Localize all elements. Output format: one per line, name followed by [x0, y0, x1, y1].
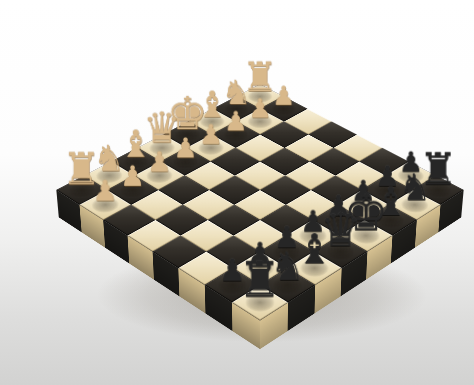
white-pawn-e2[interactable]: ♟ [199, 122, 223, 149]
white-pawn-b2[interactable]: ♟ [120, 163, 145, 191]
scene: ♜♟♟♜♞♟♟♞♝♟♟♝♚♟♟♚♛♟♟♛♝♟♟♝♞♟♟♞♜♟♟♜ [0, 0, 474, 385]
black-rook-a8[interactable]: ♜ [238, 256, 281, 304]
studio-backdrop: ♜♟♟♜♞♟♟♞♝♟♟♝♚♟♟♚♛♟♟♛♝♟♟♝♞♟♟♞♜♟♟♜ [0, 0, 474, 385]
white-pawn-f2[interactable]: ♟ [224, 109, 248, 136]
white-pawn-a2[interactable]: ♟ [92, 177, 117, 205]
board: ♜♟♟♜♞♟♟♞♝♟♟♝♚♟♟♚♛♟♟♛♝♟♟♝♞♟♟♞♜♟♟♜ [56, 84, 463, 320]
white-pawn-d2[interactable]: ♟ [173, 135, 198, 162]
white-pawn-g2[interactable]: ♟ [248, 96, 272, 122]
white-pawn-h2[interactable]: ♟ [272, 83, 295, 109]
white-pawn-c2[interactable]: ♟ [147, 149, 172, 177]
